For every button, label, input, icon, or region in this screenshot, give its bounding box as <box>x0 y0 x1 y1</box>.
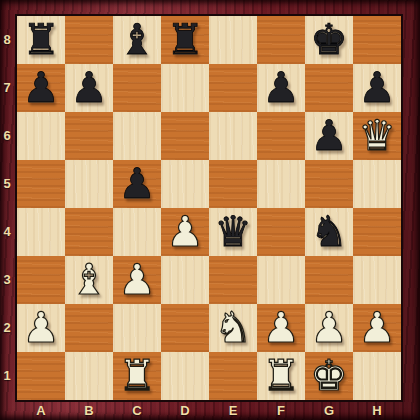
rank-label-8: 8 <box>0 16 14 64</box>
square-b4[interactable] <box>65 208 113 256</box>
square-e1[interactable] <box>209 352 257 400</box>
square-d6[interactable] <box>161 112 209 160</box>
square-h1[interactable] <box>353 352 401 400</box>
square-g8[interactable]: ♚ <box>305 16 353 64</box>
piece-black-king[interactable]: ♚ <box>305 16 353 64</box>
square-h2[interactable]: ♟ <box>353 304 401 352</box>
rank-label-6: 6 <box>0 112 14 160</box>
square-a1[interactable] <box>17 352 65 400</box>
square-d3[interactable] <box>161 256 209 304</box>
file-label-h: H <box>353 402 401 419</box>
square-d5[interactable] <box>161 160 209 208</box>
chess-board-widget: ♜♝♜♚♟♟♟♟♟♛♟♟♛♞♝♟♟♞♟♟♟♜♜♚ 87654321 ABCDEF… <box>0 0 420 420</box>
file-label-f: F <box>257 402 305 419</box>
piece-black-pawn[interactable]: ♟ <box>65 64 113 112</box>
square-g1[interactable]: ♚ <box>305 352 353 400</box>
square-f5[interactable] <box>257 160 305 208</box>
square-e4[interactable]: ♛ <box>209 208 257 256</box>
square-a8[interactable]: ♜ <box>17 16 65 64</box>
piece-black-knight[interactable]: ♞ <box>305 208 353 256</box>
rank-label-3: 3 <box>0 256 14 304</box>
piece-white-knight[interactable]: ♞ <box>209 304 257 352</box>
square-g7[interactable] <box>305 64 353 112</box>
rank-label-1: 1 <box>0 352 14 400</box>
square-b6[interactable] <box>65 112 113 160</box>
square-b8[interactable] <box>65 16 113 64</box>
square-e6[interactable] <box>209 112 257 160</box>
piece-white-pawn[interactable]: ♟ <box>305 304 353 352</box>
square-c1[interactable]: ♜ <box>113 352 161 400</box>
square-c3[interactable]: ♟ <box>113 256 161 304</box>
piece-black-pawn[interactable]: ♟ <box>113 160 161 208</box>
square-h8[interactable] <box>353 16 401 64</box>
file-label-g: G <box>305 402 353 419</box>
square-e7[interactable] <box>209 64 257 112</box>
square-a6[interactable] <box>17 112 65 160</box>
piece-black-rook[interactable]: ♜ <box>17 16 65 64</box>
file-label-d: D <box>161 402 209 419</box>
piece-black-queen[interactable]: ♛ <box>209 208 257 256</box>
square-e2[interactable]: ♞ <box>209 304 257 352</box>
square-h7[interactable]: ♟ <box>353 64 401 112</box>
square-f8[interactable] <box>257 16 305 64</box>
square-d4[interactable]: ♟ <box>161 208 209 256</box>
square-f3[interactable] <box>257 256 305 304</box>
square-g2[interactable]: ♟ <box>305 304 353 352</box>
piece-black-pawn[interactable]: ♟ <box>17 64 65 112</box>
rank-label-7: 7 <box>0 64 14 112</box>
square-a3[interactable] <box>17 256 65 304</box>
square-f6[interactable] <box>257 112 305 160</box>
square-c2[interactable] <box>113 304 161 352</box>
file-label-b: B <box>65 402 113 419</box>
square-d1[interactable] <box>161 352 209 400</box>
piece-white-pawn[interactable]: ♟ <box>257 304 305 352</box>
square-h6[interactable]: ♛ <box>353 112 401 160</box>
square-c6[interactable] <box>113 112 161 160</box>
rank-label-2: 2 <box>0 304 14 352</box>
square-f7[interactable]: ♟ <box>257 64 305 112</box>
square-a7[interactable]: ♟ <box>17 64 65 112</box>
piece-black-pawn[interactable]: ♟ <box>353 64 401 112</box>
square-b1[interactable] <box>65 352 113 400</box>
piece-white-pawn[interactable]: ♟ <box>161 208 209 256</box>
piece-black-pawn[interactable]: ♟ <box>305 112 353 160</box>
square-e3[interactable] <box>209 256 257 304</box>
square-c5[interactable]: ♟ <box>113 160 161 208</box>
square-c8[interactable]: ♝ <box>113 16 161 64</box>
square-b5[interactable] <box>65 160 113 208</box>
piece-white-queen[interactable]: ♛ <box>353 112 401 160</box>
square-h4[interactable] <box>353 208 401 256</box>
square-d7[interactable] <box>161 64 209 112</box>
chess-board: ♜♝♜♚♟♟♟♟♟♛♟♟♛♞♝♟♟♞♟♟♟♜♜♚ <box>15 14 403 402</box>
square-a2[interactable]: ♟ <box>17 304 65 352</box>
square-f2[interactable]: ♟ <box>257 304 305 352</box>
piece-white-rook[interactable]: ♜ <box>257 352 305 400</box>
square-a5[interactable] <box>17 160 65 208</box>
file-label-c: C <box>113 402 161 419</box>
rank-label-4: 4 <box>0 208 14 256</box>
square-c4[interactable] <box>113 208 161 256</box>
file-label-e: E <box>209 402 257 419</box>
piece-black-rook[interactable]: ♜ <box>161 16 209 64</box>
piece-white-bishop[interactable]: ♝ <box>65 256 113 304</box>
piece-white-king[interactable]: ♚ <box>305 352 353 400</box>
square-h3[interactable] <box>353 256 401 304</box>
piece-white-pawn[interactable]: ♟ <box>353 304 401 352</box>
square-g3[interactable] <box>305 256 353 304</box>
square-g6[interactable]: ♟ <box>305 112 353 160</box>
piece-white-pawn[interactable]: ♟ <box>17 304 65 352</box>
square-g4[interactable]: ♞ <box>305 208 353 256</box>
square-b7[interactable]: ♟ <box>65 64 113 112</box>
square-d2[interactable] <box>161 304 209 352</box>
square-d8[interactable]: ♜ <box>161 16 209 64</box>
rank-label-5: 5 <box>0 160 14 208</box>
square-b3[interactable]: ♝ <box>65 256 113 304</box>
square-b2[interactable] <box>65 304 113 352</box>
piece-black-bishop[interactable]: ♝ <box>113 16 161 64</box>
square-c7[interactable] <box>113 64 161 112</box>
square-f1[interactable]: ♜ <box>257 352 305 400</box>
piece-black-pawn[interactable]: ♟ <box>257 64 305 112</box>
file-label-a: A <box>17 402 65 419</box>
square-a4[interactable] <box>17 208 65 256</box>
square-g5[interactable] <box>305 160 353 208</box>
square-h5[interactable] <box>353 160 401 208</box>
square-e8[interactable] <box>209 16 257 64</box>
piece-white-pawn[interactable]: ♟ <box>113 256 161 304</box>
piece-white-rook[interactable]: ♜ <box>113 352 161 400</box>
square-f4[interactable] <box>257 208 305 256</box>
square-e5[interactable] <box>209 160 257 208</box>
